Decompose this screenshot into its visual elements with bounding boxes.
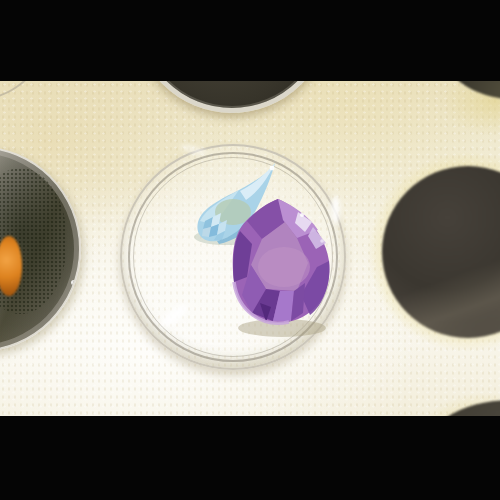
letterbox-bottom <box>0 416 500 500</box>
letterbox-top <box>0 0 500 81</box>
screenshot-frame <box>0 0 500 500</box>
gems-illustration <box>0 81 500 416</box>
photograph <box>0 81 500 416</box>
